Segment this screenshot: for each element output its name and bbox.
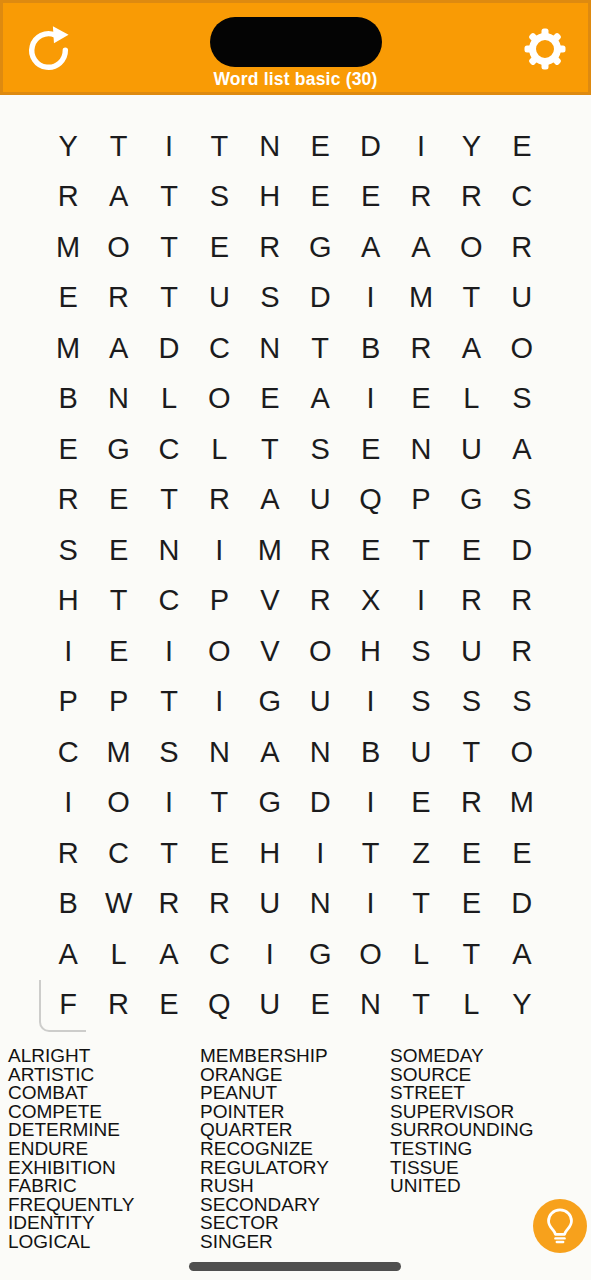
grid-cell[interactable]: R (194, 475, 244, 526)
grid-cell[interactable]: W (93, 879, 143, 930)
grid-cell[interactable]: D (295, 778, 345, 829)
grid-cell[interactable]: R (295, 525, 345, 576)
grid-cell[interactable]: I (345, 273, 395, 324)
grid-cell[interactable]: N (396, 424, 446, 475)
grid-cell[interactable]: U (446, 626, 496, 677)
hint-button[interactable] (533, 1199, 587, 1253)
grid-cell[interactable]: I (144, 626, 194, 677)
grid-cell[interactable]: O (497, 323, 547, 374)
grid-cell[interactable]: B (43, 374, 93, 425)
settings-button[interactable] (521, 25, 569, 73)
grid-cell[interactable]: L (396, 929, 446, 980)
word-list-item: SINGER (200, 1233, 329, 1252)
grid-cell[interactable]: A (295, 374, 345, 425)
grid-cell[interactable]: D (345, 121, 395, 172)
grid-cell[interactable]: S (144, 727, 194, 778)
word-list-column-2: MEMBERSHIPORANGEPEANUTPOINTERQUARTERRECO… (200, 1047, 329, 1252)
grid-cell[interactable]: T (144, 475, 194, 526)
grid-cell[interactable]: O (497, 727, 547, 778)
word-list-item: PEANUT (200, 1084, 329, 1103)
grid-cell[interactable]: R (43, 475, 93, 526)
word-list-item: UNITED (390, 1177, 534, 1196)
grid-cell[interactable]: O (93, 778, 143, 829)
grid-cell[interactable]: S (396, 677, 446, 728)
grid-cell[interactable]: U (295, 475, 345, 526)
grid-cell[interactable]: O (295, 626, 345, 677)
grid-cell[interactable]: I (194, 525, 244, 576)
grid-cell[interactable]: A (245, 727, 295, 778)
grid-cell[interactable]: T (245, 424, 295, 475)
refresh-button[interactable] (22, 21, 74, 75)
grid-cell[interactable]: T (396, 879, 446, 930)
grid-cell[interactable]: T (93, 576, 143, 627)
grid-cell[interactable]: R (93, 980, 143, 1031)
grid-cell[interactable]: X (345, 576, 395, 627)
word-list-item: MEMBERSHIP (200, 1047, 329, 1066)
word-list-column-3: SOMEDAYSOURCESTREETSUPERVISORSURROUNDING… (390, 1047, 534, 1196)
grid-cell[interactable]: O (345, 929, 395, 980)
grid-cell[interactable]: A (345, 222, 395, 273)
grid-cell[interactable]: T (194, 778, 244, 829)
grid-cell[interactable]: N (345, 980, 395, 1031)
grid-cell[interactable]: N (93, 374, 143, 425)
grid-cell[interactable]: A (93, 323, 143, 374)
grid-cell[interactable]: T (144, 172, 194, 223)
grid-cell[interactable]: B (345, 727, 395, 778)
grid-cell[interactable]: U (295, 677, 345, 728)
grid-cell[interactable]: S (295, 424, 345, 475)
grid-cell[interactable]: S (396, 626, 446, 677)
grid-cell[interactable]: R (396, 323, 446, 374)
word-list-item: ENDURE (8, 1140, 134, 1159)
grid-cell[interactable]: B (43, 879, 93, 930)
grid-cell[interactable]: L (194, 424, 244, 475)
grid-cell[interactable]: G (446, 475, 496, 526)
grid-cell[interactable]: R (497, 576, 547, 627)
grid-cell[interactable]: I (144, 778, 194, 829)
grid-cell[interactable]: A (497, 929, 547, 980)
grid-cell[interactable]: T (446, 727, 496, 778)
grid-cell[interactable]: E (245, 374, 295, 425)
grid-cell[interactable]: C (144, 576, 194, 627)
grid-cell[interactable]: I (396, 121, 446, 172)
grid-cell[interactable]: L (93, 929, 143, 980)
grid-cell[interactable]: T (144, 222, 194, 273)
grid-cell[interactable]: I (345, 374, 395, 425)
grid-cell[interactable]: A (245, 475, 295, 526)
grid-cell[interactable]: O (194, 626, 244, 677)
grid-cell[interactable]: I (43, 778, 93, 829)
grid-cell[interactable]: R (497, 626, 547, 677)
grid-cell[interactable]: I (345, 879, 395, 930)
grid-cell[interactable]: E (497, 828, 547, 879)
grid-cell[interactable]: P (93, 677, 143, 728)
grid-cell[interactable]: Y (43, 121, 93, 172)
grid-cell[interactable]: S (194, 172, 244, 223)
grid-cell[interactable]: R (446, 172, 496, 223)
grid-cell[interactable]: E (93, 525, 143, 576)
grid-cell[interactable]: I (345, 677, 395, 728)
grid-cell[interactable]: A (446, 323, 496, 374)
word-list-item: LOGICAL (8, 1233, 134, 1252)
grid-cell[interactable]: T (295, 323, 345, 374)
grid-cell[interactable]: S (245, 273, 295, 324)
letter-grid: YTITNEDIYERATSHEERRCMOTERGAAORERTUSDIMTU… (43, 121, 547, 1030)
grid-cell[interactable]: D (497, 525, 547, 576)
grid-cell[interactable]: R (446, 576, 496, 627)
grid-cell[interactable]: U (245, 980, 295, 1031)
grid-cell[interactable]: E (194, 222, 244, 273)
grid-cell[interactable]: E (93, 626, 143, 677)
grid-cell[interactable]: I (396, 576, 446, 627)
grid-cell[interactable]: H (245, 828, 295, 879)
grid-cell[interactable]: S (497, 677, 547, 728)
grid-cell[interactable]: Q (345, 475, 395, 526)
grid-cell[interactable]: Z (396, 828, 446, 879)
grid-cell[interactable]: E (446, 828, 496, 879)
grid-cell[interactable]: M (245, 525, 295, 576)
grid-cell[interactable]: R (245, 222, 295, 273)
grid-cell[interactable]: D (295, 273, 345, 324)
grid-cell[interactable]: M (43, 323, 93, 374)
grid-cell[interactable]: D (144, 323, 194, 374)
grid-cell[interactable]: N (144, 525, 194, 576)
grid-cell[interactable]: E (295, 172, 345, 223)
grid-cell[interactable]: P (396, 475, 446, 526)
grid-cell[interactable]: D (497, 879, 547, 930)
lightbulb-icon (538, 1204, 582, 1248)
grid-cell[interactable]: M (43, 222, 93, 273)
word-list-item: FABRIC (8, 1177, 134, 1196)
grid-cell[interactable]: U (194, 273, 244, 324)
grid-cell[interactable]: R (497, 222, 547, 273)
grid-cell[interactable]: A (396, 222, 446, 273)
grid-cell[interactable]: C (194, 323, 244, 374)
grid-cell[interactable]: G (93, 424, 143, 475)
grid-cell[interactable]: G (245, 778, 295, 829)
grid-cell[interactable]: T (396, 980, 446, 1031)
grid-cell[interactable]: O (446, 222, 496, 273)
grid-cell[interactable]: S (497, 374, 547, 425)
grid-cell[interactable]: T (144, 273, 194, 324)
grid-cell[interactable]: R (194, 879, 244, 930)
grid-cell[interactable]: U (396, 727, 446, 778)
grid-cell[interactable]: U (497, 273, 547, 324)
grid-cell[interactable]: I (345, 778, 395, 829)
grid-cell[interactable]: G (295, 929, 345, 980)
grid-cell[interactable]: E (144, 980, 194, 1031)
word-list-column-1: ALRIGHTARTISTICCOMBATCOMPETEDETERMINEEND… (8, 1047, 134, 1252)
grid-cell[interactable]: I (245, 929, 295, 980)
grid-cell[interactable]: H (245, 172, 295, 223)
grid-cell[interactable]: T (144, 828, 194, 879)
grid-cell[interactable]: O (93, 222, 143, 273)
grid-cell[interactable]: T (446, 273, 496, 324)
grid-cell[interactable]: E (396, 778, 446, 829)
grid-cell[interactable]: U (446, 424, 496, 475)
word-list: ALRIGHTARTISTICCOMBATCOMPETEDETERMINEEND… (0, 1047, 591, 1252)
selection-corner-mark (39, 980, 86, 1032)
grid-cell[interactable]: I (295, 828, 345, 879)
grid-cell[interactable]: E (345, 525, 395, 576)
grid-cell[interactable]: A (93, 172, 143, 223)
page-title: Word list basic (30) (3, 69, 588, 90)
word-list-item: STREET (390, 1084, 534, 1103)
grid-cell[interactable]: N (194, 727, 244, 778)
grid-cell[interactable]: S (43, 525, 93, 576)
grid-cell[interactable]: M (497, 778, 547, 829)
grid-cell[interactable]: R (43, 172, 93, 223)
grid-cell[interactable]: S (497, 475, 547, 526)
grid-cell[interactable]: N (245, 121, 295, 172)
grid-cell[interactable]: E (93, 475, 143, 526)
grid-cell[interactable]: I (194, 677, 244, 728)
app-header: Word list basic (30) (0, 0, 591, 95)
grid-cell[interactable]: I (144, 121, 194, 172)
grid-cell[interactable]: Q (194, 980, 244, 1031)
grid-cell[interactable]: B (345, 323, 395, 374)
grid-cell[interactable]: E (43, 424, 93, 475)
grid-cell[interactable]: E (396, 374, 446, 425)
grid-cell[interactable]: E (345, 172, 395, 223)
grid-cell[interactable]: Y (446, 121, 496, 172)
grid-cell[interactable]: N (295, 727, 345, 778)
word-list-item: ALRIGHT (8, 1047, 134, 1066)
grid-cell[interactable]: R (93, 273, 143, 324)
grid-cell[interactable]: E (345, 424, 395, 475)
grid-cell[interactable]: M (93, 727, 143, 778)
grid-cell[interactable]: E (295, 121, 345, 172)
refresh-icon (22, 21, 74, 75)
grid-cell[interactable]: U (245, 879, 295, 930)
grid-cell[interactable]: R (144, 879, 194, 930)
grid-cell[interactable]: R (43, 828, 93, 879)
grid-cell[interactable]: N (245, 323, 295, 374)
grid-cell[interactable]: L (144, 374, 194, 425)
grid-cell[interactable]: E (194, 828, 244, 879)
grid-cell[interactable]: N (295, 879, 345, 930)
grid-cell[interactable]: H (43, 576, 93, 627)
grid-cell[interactable]: P (194, 576, 244, 627)
grid-cell[interactable]: E (446, 879, 496, 930)
grid-cell[interactable]: C (43, 727, 93, 778)
grid-cell[interactable]: C (93, 828, 143, 879)
grid-cell[interactable]: T (93, 121, 143, 172)
grid-cell[interactable]: G (295, 222, 345, 273)
grid-cell[interactable]: E (295, 980, 345, 1031)
word-list-item: COMBAT (8, 1084, 134, 1103)
grid-cell[interactable]: T (345, 828, 395, 879)
grid-cell[interactable]: E (497, 121, 547, 172)
grid-cell[interactable]: C (194, 929, 244, 980)
grid-cell[interactable]: P (43, 677, 93, 728)
grid-cell[interactable]: R (295, 576, 345, 627)
grid-cell[interactable]: L (446, 980, 496, 1031)
grid-cell[interactable]: M (396, 273, 446, 324)
home-indicator[interactable] (189, 1262, 401, 1271)
grid-cell[interactable]: C (497, 172, 547, 223)
grid-cell[interactable]: R (446, 778, 496, 829)
grid-cell[interactable]: T (144, 677, 194, 728)
grid-cell[interactable]: T (194, 121, 244, 172)
grid-cell[interactable]: L (446, 374, 496, 425)
grid-cell[interactable]: H (345, 626, 395, 677)
word-list-item: SOMEDAY (390, 1047, 534, 1066)
grid-cell[interactable]: A (497, 424, 547, 475)
grid-cell[interactable]: T (396, 525, 446, 576)
word-list-item: TESTING (390, 1140, 534, 1159)
grid-cell[interactable]: A (43, 929, 93, 980)
grid-cell[interactable]: V (245, 576, 295, 627)
grid-cell[interactable]: T (446, 929, 496, 980)
grid-cell[interactable]: S (446, 677, 496, 728)
grid-cell[interactable]: A (144, 929, 194, 980)
grid-cell[interactable]: R (396, 172, 446, 223)
grid-cell[interactable]: O (194, 374, 244, 425)
word-list-item: RECOGNIZE (200, 1140, 329, 1159)
gear-icon (521, 25, 569, 73)
word-list-item: RUSH (200, 1177, 329, 1196)
grid-cell[interactable]: G (245, 677, 295, 728)
grid-cell[interactable]: C (144, 424, 194, 475)
dynamic-island (210, 17, 382, 67)
grid-cell[interactable]: E (446, 525, 496, 576)
grid-cell[interactable]: V (245, 626, 295, 677)
grid-cell[interactable]: I (43, 626, 93, 677)
grid-cell[interactable]: E (43, 273, 93, 324)
grid-cell[interactable]: Y (497, 980, 547, 1031)
